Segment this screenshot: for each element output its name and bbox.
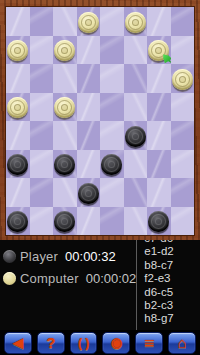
player-name: Computer (20, 271, 79, 286)
board-cell-b3[interactable] (30, 150, 54, 179)
gold-piece-f8[interactable] (125, 12, 146, 33)
board-cell-g5[interactable] (147, 93, 171, 122)
move-entry: h8-g7 (144, 312, 200, 325)
board-cell-g2[interactable] (147, 178, 171, 207)
board-cell-e2[interactable] (100, 178, 124, 207)
board-cell-e1[interactable] (100, 207, 124, 236)
dark-piece-g1[interactable] (148, 211, 169, 232)
gold-piece-d8[interactable] (78, 12, 99, 33)
player-time: 00:00:02 (86, 271, 137, 286)
dark-piece-d2[interactable] (78, 183, 99, 204)
board-cell-b4[interactable] (30, 121, 54, 150)
board-cell-b2[interactable] (30, 178, 54, 207)
dark-piece-f4[interactable] (125, 126, 146, 147)
board-cell-g1[interactable] (147, 207, 171, 236)
board-cell-h5[interactable] (171, 93, 195, 122)
board-cell-c8[interactable] (53, 7, 77, 36)
board-cell-c7[interactable] (53, 36, 77, 65)
board-cell-f4[interactable] (124, 121, 148, 150)
back-arrow-icon: ◀ (13, 336, 23, 349)
move-entry: d6-c5 (144, 286, 200, 299)
board-cell-f6[interactable] (124, 64, 148, 93)
player-row-computer: Computer00:00:02 (3, 271, 136, 286)
board-cell-c1[interactable] (53, 207, 77, 236)
board-cell-b1[interactable] (30, 207, 54, 236)
move-entry: b2-c3 (144, 299, 200, 312)
board-cell-g6[interactable] (147, 64, 171, 93)
board-cell-h2[interactable] (171, 178, 195, 207)
board-cell-d8[interactable] (77, 7, 101, 36)
dark-piece-a3[interactable] (7, 154, 28, 175)
board-cell-a5[interactable] (6, 93, 30, 122)
board-cell-b8[interactable] (30, 7, 54, 36)
board-cell-c6[interactable] (53, 64, 77, 93)
show-button[interactable]: ◉ (102, 332, 130, 354)
move-list: c7-d6e1-d2b8-c7f2-e3d6-c5b2-c3h8-g7 (144, 240, 200, 326)
board-cell-e3[interactable] (100, 150, 124, 179)
status-panel: Player00:00:32Computer00:00:02 c7-d6e1-d… (0, 240, 200, 330)
gold-piece-a7[interactable] (7, 40, 28, 61)
toolbar: ◀?( )◉≡⌂ (0, 330, 200, 355)
board-cell-d1[interactable] (77, 207, 101, 236)
board-cell-a1[interactable] (6, 207, 30, 236)
board-cell-g7[interactable] (147, 36, 171, 65)
player-time: 00:00:32 (65, 249, 116, 264)
board-cell-b6[interactable] (30, 64, 54, 93)
board-cell-c4[interactable] (53, 121, 77, 150)
board-cell-a6[interactable] (6, 64, 30, 93)
board-cell-d7[interactable] (77, 36, 101, 65)
board-cell-e5[interactable] (100, 93, 124, 122)
board-grid (6, 7, 194, 235)
menu-button[interactable]: ≡ (135, 332, 163, 354)
board-cell-g8[interactable] (147, 7, 171, 36)
board-cell-h1[interactable] (171, 207, 195, 236)
gold-piece-g7[interactable] (148, 40, 169, 61)
eye-icon: ◉ (111, 336, 122, 349)
board-cell-h7[interactable] (171, 36, 195, 65)
board-cell-e7[interactable] (100, 36, 124, 65)
dark-piece-c3[interactable] (54, 154, 75, 175)
board-cell-h4[interactable] (171, 121, 195, 150)
brackets-button[interactable]: ( ) (70, 332, 98, 354)
board-cell-c5[interactable] (53, 93, 77, 122)
board-cell-a7[interactable] (6, 36, 30, 65)
board-cell-f2[interactable] (124, 178, 148, 207)
board-cell-f8[interactable] (124, 7, 148, 36)
board-cell-d3[interactable] (77, 150, 101, 179)
board-cell-h8[interactable] (171, 7, 195, 36)
board-cell-d2[interactable] (77, 178, 101, 207)
gold-piece-icon (3, 272, 16, 285)
board-cell-f7[interactable] (124, 36, 148, 65)
menu-bars-icon: ≡ (144, 335, 155, 350)
board-cell-f3[interactable] (124, 150, 148, 179)
back-button[interactable]: ◀ (4, 332, 32, 354)
board-cell-g3[interactable] (147, 150, 171, 179)
home-icon: ⌂ (178, 335, 187, 350)
board-cell-a2[interactable] (6, 178, 30, 207)
move-entry: e1-d2 (144, 245, 200, 258)
board-cell-c2[interactable] (53, 178, 77, 207)
question-icon: ? (46, 335, 55, 350)
gold-piece-c5[interactable] (54, 97, 75, 118)
board-cell-h6[interactable] (171, 64, 195, 93)
board-cell-a8[interactable] (6, 7, 30, 36)
exit-button[interactable]: ⌂ (168, 332, 196, 354)
checkers-app: Player00:00:32Computer00:00:02 c7-d6e1-d… (0, 0, 200, 355)
move-entry: f2-e3 (144, 272, 200, 285)
player-row-player: Player00:00:32 (3, 249, 136, 264)
board-cell-e4[interactable] (100, 121, 124, 150)
board-cell-e8[interactable] (100, 7, 124, 36)
gold-piece-c7[interactable] (54, 40, 75, 61)
gold-piece-a5[interactable] (7, 97, 28, 118)
board-cell-e6[interactable] (100, 64, 124, 93)
board-cell-h3[interactable] (171, 150, 195, 179)
board-cell-b7[interactable] (30, 36, 54, 65)
brackets-icon: ( ) (78, 337, 89, 349)
board-cell-b5[interactable] (30, 93, 54, 122)
dark-piece-icon (3, 250, 16, 263)
checkers-board (0, 0, 200, 240)
move-entry: b8-c7 (144, 259, 200, 272)
board-cell-g4[interactable] (147, 121, 171, 150)
dark-piece-e3[interactable] (101, 154, 122, 175)
hint-button[interactable]: ? (37, 332, 65, 354)
board-cell-d5[interactable] (77, 93, 101, 122)
dark-piece-a1[interactable] (7, 211, 28, 232)
board-cell-f5[interactable] (124, 93, 148, 122)
player-clocks: Player00:00:32Computer00:00:02 (0, 240, 136, 330)
board-cell-c3[interactable] (53, 150, 77, 179)
board-cell-f1[interactable] (124, 207, 148, 236)
board-cell-d4[interactable] (77, 121, 101, 150)
move-list-container[interactable]: c7-d6e1-d2b8-c7f2-e3d6-c5b2-c3h8-g7 (136, 240, 200, 330)
board-cell-d6[interactable] (77, 64, 101, 93)
board-cell-a4[interactable] (6, 121, 30, 150)
board-cell-a3[interactable] (6, 150, 30, 179)
player-name: Player (20, 249, 58, 264)
dark-piece-c1[interactable] (54, 211, 75, 232)
gold-piece-h6[interactable] (172, 69, 193, 90)
